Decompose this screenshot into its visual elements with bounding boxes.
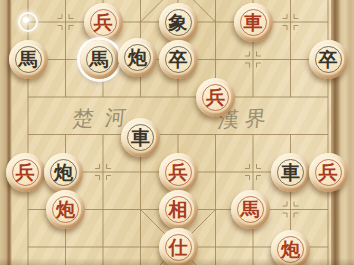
piece-red-soldier[interactable]: 兵 bbox=[6, 153, 45, 192]
piece-character: 炮 bbox=[54, 163, 73, 182]
piece-red-soldier[interactable]: 兵 bbox=[196, 78, 235, 117]
piece-red-cannon[interactable]: 炮 bbox=[271, 230, 310, 265]
last-move-origin-marker bbox=[18, 12, 38, 32]
piece-character: 兵 bbox=[319, 163, 338, 182]
piece-character: 炮 bbox=[128, 48, 147, 67]
piece-character: 車 bbox=[131, 128, 150, 147]
piece-black-elephant[interactable]: 象 bbox=[159, 3, 198, 42]
piece-character: 卒 bbox=[319, 50, 338, 69]
piece-character: 車 bbox=[244, 13, 263, 32]
xiangqi-board[interactable]: 楚河 漢界 兵象車馬馬炮卒卒兵車兵炮兵車兵炮相馬仕炮 bbox=[0, 0, 354, 265]
piece-red-cannon[interactable]: 炮 bbox=[46, 190, 85, 229]
piece-character: 馬 bbox=[241, 200, 260, 219]
piece-character: 炮 bbox=[56, 200, 75, 219]
piece-character: 象 bbox=[169, 13, 188, 32]
piece-black-soldier[interactable]: 卒 bbox=[309, 40, 348, 79]
piece-black-chariot[interactable]: 車 bbox=[271, 153, 310, 192]
piece-red-advisor[interactable]: 仕 bbox=[159, 228, 198, 265]
piece-red-horse[interactable]: 馬 bbox=[231, 190, 270, 229]
piece-character: 兵 bbox=[16, 163, 35, 182]
piece-character: 車 bbox=[281, 163, 300, 182]
piece-black-horse[interactable]: 馬 bbox=[80, 40, 119, 79]
piece-red-chariot[interactable]: 車 bbox=[234, 3, 273, 42]
piece-character: 兵 bbox=[206, 88, 225, 107]
piece-black-cannon[interactable]: 炮 bbox=[118, 38, 157, 77]
piece-red-soldier[interactable]: 兵 bbox=[84, 3, 123, 42]
piece-character: 兵 bbox=[94, 13, 113, 32]
piece-character: 馬 bbox=[19, 50, 38, 69]
piece-red-soldier[interactable]: 兵 bbox=[159, 153, 198, 192]
piece-black-cannon[interactable]: 炮 bbox=[44, 153, 83, 192]
piece-black-chariot[interactable]: 車 bbox=[121, 118, 160, 157]
piece-character: 炮 bbox=[281, 240, 300, 259]
piece-character: 馬 bbox=[90, 50, 109, 69]
piece-black-horse[interactable]: 馬 bbox=[9, 40, 48, 79]
piece-character: 相 bbox=[169, 200, 188, 219]
piece-character: 兵 bbox=[169, 163, 188, 182]
piece-red-elephant[interactable]: 相 bbox=[159, 190, 198, 229]
piece-character: 卒 bbox=[169, 50, 188, 69]
piece-black-soldier[interactable]: 卒 bbox=[159, 40, 198, 79]
piece-red-soldier[interactable]: 兵 bbox=[309, 153, 348, 192]
piece-character: 仕 bbox=[169, 238, 188, 257]
